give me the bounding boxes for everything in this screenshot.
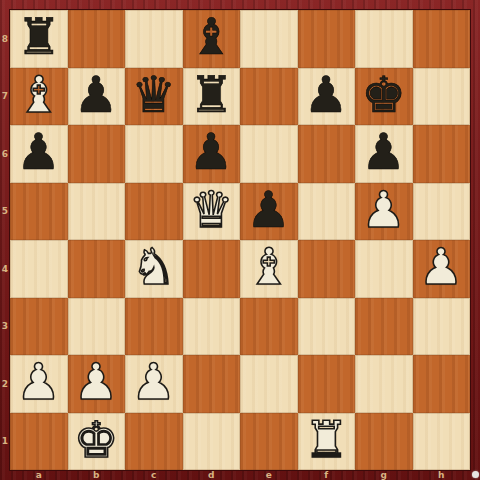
square-e5[interactable]: ♟	[240, 183, 298, 241]
white-pawn[interactable]: ♟	[361, 182, 406, 239]
square-h4[interactable]: ♟	[413, 240, 471, 298]
square-c5[interactable]	[125, 183, 183, 241]
square-h8[interactable]	[413, 10, 471, 68]
white-rook[interactable]: ♜	[304, 412, 349, 469]
square-d7[interactable]: ♜	[183, 68, 241, 126]
square-h5[interactable]	[413, 183, 471, 241]
square-h1[interactable]	[413, 413, 471, 471]
square-c6[interactable]	[125, 125, 183, 183]
square-c8[interactable]	[125, 10, 183, 68]
square-a1[interactable]	[10, 413, 68, 471]
square-c7[interactable]: ♛	[125, 68, 183, 126]
white-pawn[interactable]: ♟	[74, 354, 119, 411]
square-a6[interactable]: ♟	[10, 125, 68, 183]
square-g3[interactable]	[355, 298, 413, 356]
square-h7[interactable]	[413, 68, 471, 126]
square-d6[interactable]: ♟	[183, 125, 241, 183]
rank-label-6: 6	[0, 125, 10, 183]
black-bishop[interactable]: ♝	[189, 9, 234, 66]
square-g1[interactable]	[355, 413, 413, 471]
square-d5[interactable]: ♛	[183, 183, 241, 241]
black-pawn[interactable]: ♟	[304, 67, 349, 124]
square-f5[interactable]	[298, 183, 356, 241]
square-a4[interactable]	[10, 240, 68, 298]
file-label-d: d	[183, 469, 241, 480]
file-label-b: b	[68, 469, 126, 480]
board-frame: ♜♝♝♟♛♜♟♚♟♟♟♛♟♟♞♝♟♟♟♟♚♜ 87654321abcdefgh	[0, 0, 480, 480]
black-pawn[interactable]: ♟	[189, 124, 234, 181]
square-a7[interactable]: ♝	[10, 68, 68, 126]
square-e7[interactable]	[240, 68, 298, 126]
square-f4[interactable]	[298, 240, 356, 298]
square-c2[interactable]: ♟	[125, 355, 183, 413]
white-queen[interactable]: ♛	[189, 182, 234, 239]
square-d4[interactable]	[183, 240, 241, 298]
square-b3[interactable]	[68, 298, 126, 356]
file-label-e: e	[240, 469, 298, 480]
rank-label-7: 7	[0, 68, 10, 126]
square-d3[interactable]	[183, 298, 241, 356]
square-b4[interactable]	[68, 240, 126, 298]
black-rook[interactable]: ♜	[16, 9, 61, 66]
square-e1[interactable]	[240, 413, 298, 471]
rank-label-1: 1	[0, 413, 10, 471]
black-queen[interactable]: ♛	[131, 67, 176, 124]
white-bishop[interactable]: ♝	[16, 67, 61, 124]
square-g5[interactable]: ♟	[355, 183, 413, 241]
file-label-f: f	[298, 469, 356, 480]
square-g4[interactable]	[355, 240, 413, 298]
white-to-move-indicator	[472, 471, 479, 478]
square-g6[interactable]: ♟	[355, 125, 413, 183]
square-h2[interactable]	[413, 355, 471, 413]
black-pawn[interactable]: ♟	[246, 182, 291, 239]
white-pawn[interactable]: ♟	[131, 354, 176, 411]
black-pawn[interactable]: ♟	[16, 124, 61, 181]
square-c4[interactable]: ♞	[125, 240, 183, 298]
chess-board: ♜♝♝♟♛♜♟♚♟♟♟♛♟♟♞♝♟♟♟♟♚♜	[10, 10, 470, 470]
white-pawn[interactable]: ♟	[419, 239, 464, 296]
square-d1[interactable]	[183, 413, 241, 471]
square-f1[interactable]: ♜	[298, 413, 356, 471]
square-f8[interactable]	[298, 10, 356, 68]
file-label-a: a	[10, 469, 68, 480]
square-b7[interactable]: ♟	[68, 68, 126, 126]
black-pawn[interactable]: ♟	[74, 67, 119, 124]
black-pawn[interactable]: ♟	[361, 124, 406, 181]
square-b5[interactable]	[68, 183, 126, 241]
square-e6[interactable]	[240, 125, 298, 183]
square-b2[interactable]: ♟	[68, 355, 126, 413]
square-h3[interactable]	[413, 298, 471, 356]
white-bishop[interactable]: ♝	[246, 239, 291, 296]
square-b6[interactable]	[68, 125, 126, 183]
square-b8[interactable]	[68, 10, 126, 68]
rank-label-3: 3	[0, 298, 10, 356]
square-a3[interactable]	[10, 298, 68, 356]
square-a5[interactable]	[10, 183, 68, 241]
square-b1[interactable]: ♚	[68, 413, 126, 471]
square-d8[interactable]: ♝	[183, 10, 241, 68]
square-g2[interactable]	[355, 355, 413, 413]
rank-label-5: 5	[0, 183, 10, 241]
rank-label-2: 2	[0, 355, 10, 413]
white-king[interactable]: ♚	[74, 412, 119, 469]
square-e3[interactable]	[240, 298, 298, 356]
square-a2[interactable]: ♟	[10, 355, 68, 413]
rank-label-4: 4	[0, 240, 10, 298]
square-f6[interactable]	[298, 125, 356, 183]
file-label-g: g	[355, 469, 413, 480]
square-e4[interactable]: ♝	[240, 240, 298, 298]
square-g7[interactable]: ♚	[355, 68, 413, 126]
rank-label-8: 8	[0, 10, 10, 68]
square-e8[interactable]	[240, 10, 298, 68]
square-c1[interactable]	[125, 413, 183, 471]
file-label-h: h	[413, 469, 471, 480]
black-rook[interactable]: ♜	[189, 67, 234, 124]
square-d2[interactable]	[183, 355, 241, 413]
square-h6[interactable]	[413, 125, 471, 183]
square-f7[interactable]: ♟	[298, 68, 356, 126]
white-pawn[interactable]: ♟	[16, 354, 61, 411]
square-e2[interactable]	[240, 355, 298, 413]
square-f3[interactable]	[298, 298, 356, 356]
square-g8[interactable]	[355, 10, 413, 68]
square-f2[interactable]	[298, 355, 356, 413]
file-label-c: c	[125, 469, 183, 480]
square-c3[interactable]	[125, 298, 183, 356]
black-king[interactable]: ♚	[361, 67, 406, 124]
white-knight[interactable]: ♞	[131, 239, 176, 296]
square-a8[interactable]: ♜	[10, 10, 68, 68]
